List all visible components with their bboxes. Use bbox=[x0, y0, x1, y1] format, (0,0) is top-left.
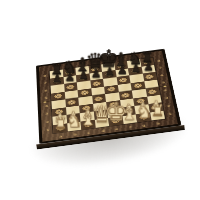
file-label: d bbox=[101, 128, 105, 132]
rank-label: 3 bbox=[165, 96, 169, 100]
rank-label: 2 bbox=[45, 120, 48, 124]
rank-label: 1 bbox=[168, 112, 172, 116]
rank-label: 4 bbox=[163, 88, 167, 91]
rank-label: 3 bbox=[45, 112, 48, 116]
square-a3[interactable] bbox=[52, 107, 66, 117]
rank-label: 4 bbox=[45, 104, 48, 108]
file-label: f bbox=[119, 58, 121, 61]
rank-label: 6 bbox=[44, 89, 47, 92]
file-label: g bbox=[142, 123, 146, 127]
file-label: e bbox=[106, 59, 109, 62]
file-label: d bbox=[93, 61, 96, 64]
chessboard: ♜♞♝♛♚♝♞♜♟♟♟♟♟♟♟♟♟♟♟♟♟♟♟♟♜♞♝♛♚♝♞♜ abcdefg… bbox=[36, 49, 181, 144]
file-label: h bbox=[156, 121, 160, 125]
rank-label: 2 bbox=[166, 104, 170, 108]
file-label: e bbox=[115, 127, 119, 131]
file-label: g bbox=[131, 56, 135, 59]
square-b5[interactable] bbox=[64, 90, 78, 99]
rank-label: 6 bbox=[160, 73, 164, 76]
file-label: c bbox=[87, 130, 90, 134]
file-label: f bbox=[129, 125, 132, 129]
file-label: c bbox=[80, 63, 83, 66]
square-f6[interactable] bbox=[116, 75, 130, 84]
rank-label: 7 bbox=[158, 66, 162, 69]
file-label: b bbox=[73, 132, 77, 136]
rank-label: 1 bbox=[46, 128, 49, 132]
file-label: a bbox=[59, 134, 62, 138]
rank-label: 5 bbox=[44, 96, 47, 99]
file-label: b bbox=[67, 64, 70, 67]
rank-label: 7 bbox=[43, 81, 46, 84]
square-d5[interactable] bbox=[91, 86, 105, 95]
rank-label: 8 bbox=[43, 74, 46, 77]
square-h5[interactable] bbox=[144, 79, 159, 88]
rank-label: 8 bbox=[157, 59, 161, 62]
file-label: h bbox=[144, 54, 148, 57]
rank-label: 5 bbox=[161, 81, 165, 84]
file-label: a bbox=[54, 66, 57, 69]
